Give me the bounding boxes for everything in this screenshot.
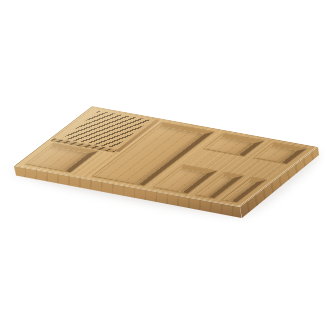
compartment-back-right bbox=[253, 142, 307, 164]
product-photo bbox=[0, 0, 325, 325]
compartment-back-middle bbox=[203, 133, 264, 156]
